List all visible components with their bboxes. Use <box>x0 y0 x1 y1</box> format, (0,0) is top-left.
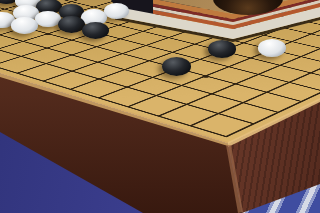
white-stone[interactable] <box>258 39 286 57</box>
white-stone[interactable] <box>104 3 129 19</box>
black-stone[interactable] <box>58 16 84 33</box>
white-stone[interactable] <box>11 17 38 34</box>
goban-photo-scene <box>0 0 320 213</box>
black-stone[interactable] <box>162 57 192 76</box>
black-stone[interactable] <box>82 22 109 39</box>
stones-layer <box>0 0 320 213</box>
black-stone[interactable] <box>208 40 236 58</box>
